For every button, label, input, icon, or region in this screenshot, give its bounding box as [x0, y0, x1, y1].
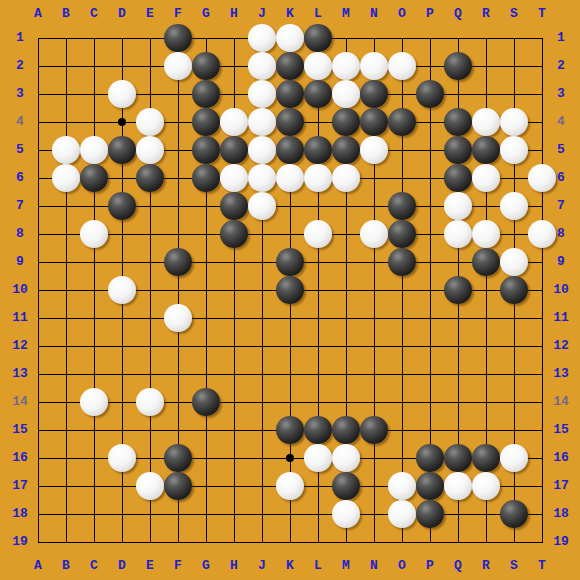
row-label-right-13: 13: [547, 365, 575, 383]
row-label-left-16: 16: [6, 449, 34, 467]
black-stone-G3: [192, 80, 220, 108]
white-stone-D10: [108, 276, 136, 304]
col-label-top-S: S: [500, 5, 528, 23]
white-stone-B6: [52, 164, 80, 192]
black-stone-F1: [164, 24, 192, 52]
white-stone-N8: [360, 220, 388, 248]
row-label-left-13: 13: [6, 365, 34, 383]
white-stone-L16: [304, 444, 332, 472]
white-stone-C8: [80, 220, 108, 248]
row-label-left-5: 5: [6, 141, 34, 159]
row-label-right-15: 15: [547, 421, 575, 439]
white-stone-L6: [304, 164, 332, 192]
black-stone-P3: [416, 80, 444, 108]
black-stone-O4: [388, 108, 416, 136]
white-stone-F2: [164, 52, 192, 80]
col-label-bottom-N: N: [360, 557, 388, 575]
row-label-right-4: 4: [547, 113, 575, 131]
white-stone-O18: [388, 500, 416, 528]
black-stone-C6: [80, 164, 108, 192]
white-stone-R4: [472, 108, 500, 136]
black-stone-P18: [416, 500, 444, 528]
col-label-bottom-D: D: [108, 557, 136, 575]
black-stone-F9: [164, 248, 192, 276]
col-label-bottom-H: H: [220, 557, 248, 575]
row-label-right-9: 9: [547, 253, 575, 271]
col-label-top-L: L: [304, 5, 332, 23]
white-stone-C5: [80, 136, 108, 164]
col-label-bottom-L: L: [304, 557, 332, 575]
white-stone-J4: [248, 108, 276, 136]
col-label-bottom-A: A: [24, 557, 52, 575]
black-stone-D5: [108, 136, 136, 164]
black-stone-P17: [416, 472, 444, 500]
white-stone-O2: [388, 52, 416, 80]
col-label-bottom-B: B: [52, 557, 80, 575]
black-stone-K15: [276, 416, 304, 444]
white-stone-T8: [528, 220, 556, 248]
white-stone-S7: [500, 192, 528, 220]
black-stone-S18: [500, 500, 528, 528]
col-label-top-R: R: [472, 5, 500, 23]
row-label-left-18: 18: [6, 505, 34, 523]
col-label-bottom-K: K: [276, 557, 304, 575]
black-stone-N3: [360, 80, 388, 108]
row-label-right-11: 11: [547, 309, 575, 327]
row-label-left-2: 2: [6, 57, 34, 75]
white-stone-E17: [136, 472, 164, 500]
black-stone-D7: [108, 192, 136, 220]
go-board[interactable]: AABBCCDDEEFFGGHHJJKKLLMMNNOOPPQQRRSSTT11…: [0, 0, 580, 580]
black-stone-M17: [332, 472, 360, 500]
col-label-bottom-S: S: [500, 557, 528, 575]
white-stone-R6: [472, 164, 500, 192]
col-label-top-P: P: [416, 5, 444, 23]
col-label-top-E: E: [136, 5, 164, 23]
col-label-bottom-J: J: [248, 557, 276, 575]
row-label-right-1: 1: [547, 29, 575, 47]
row-label-left-14: 14: [6, 393, 34, 411]
white-stone-J7: [248, 192, 276, 220]
row-label-left-12: 12: [6, 337, 34, 355]
row-label-right-5: 5: [547, 141, 575, 159]
white-stone-T6: [528, 164, 556, 192]
col-label-top-Q: Q: [444, 5, 472, 23]
white-stone-C14: [80, 388, 108, 416]
black-stone-F17: [164, 472, 192, 500]
black-stone-O9: [388, 248, 416, 276]
black-stone-N4: [360, 108, 388, 136]
white-stone-S16: [500, 444, 528, 472]
row-label-left-7: 7: [6, 197, 34, 215]
black-stone-L5: [304, 136, 332, 164]
white-stone-J5: [248, 136, 276, 164]
black-stone-K10: [276, 276, 304, 304]
white-stone-H4: [220, 108, 248, 136]
row-label-right-7: 7: [547, 197, 575, 215]
col-label-top-T: T: [528, 5, 556, 23]
black-stone-S10: [500, 276, 528, 304]
white-stone-O17: [388, 472, 416, 500]
col-label-top-G: G: [192, 5, 220, 23]
white-stone-J1: [248, 24, 276, 52]
white-stone-E14: [136, 388, 164, 416]
row-label-left-1: 1: [6, 29, 34, 47]
col-label-top-M: M: [332, 5, 360, 23]
black-stone-R9: [472, 248, 500, 276]
col-label-top-C: C: [80, 5, 108, 23]
white-stone-J6: [248, 164, 276, 192]
black-stone-Q4: [444, 108, 472, 136]
black-stone-L3: [304, 80, 332, 108]
row-label-right-16: 16: [547, 449, 575, 467]
black-stone-F16: [164, 444, 192, 472]
row-label-right-12: 12: [547, 337, 575, 355]
col-label-top-F: F: [164, 5, 192, 23]
black-stone-R5: [472, 136, 500, 164]
white-stone-N5: [360, 136, 388, 164]
white-stone-M6: [332, 164, 360, 192]
white-stone-B5: [52, 136, 80, 164]
col-label-bottom-O: O: [388, 557, 416, 575]
white-stone-K17: [276, 472, 304, 500]
col-label-bottom-T: T: [528, 557, 556, 575]
col-label-top-D: D: [108, 5, 136, 23]
row-label-right-18: 18: [547, 505, 575, 523]
star-point-D4: [118, 118, 126, 126]
row-label-left-10: 10: [6, 281, 34, 299]
white-stone-H6: [220, 164, 248, 192]
white-stone-J3: [248, 80, 276, 108]
col-label-bottom-F: F: [164, 557, 192, 575]
black-stone-K3: [276, 80, 304, 108]
black-stone-Q5: [444, 136, 472, 164]
row-label-right-2: 2: [547, 57, 575, 75]
white-stone-R17: [472, 472, 500, 500]
white-stone-F11: [164, 304, 192, 332]
black-stone-G2: [192, 52, 220, 80]
white-stone-J2: [248, 52, 276, 80]
star-point-K16: [286, 454, 294, 462]
white-stone-E4: [136, 108, 164, 136]
row-label-left-11: 11: [6, 309, 34, 327]
row-label-left-6: 6: [6, 169, 34, 187]
black-stone-N15: [360, 416, 388, 444]
row-label-left-3: 3: [6, 85, 34, 103]
black-stone-Q16: [444, 444, 472, 472]
black-stone-G14: [192, 388, 220, 416]
row-label-left-17: 17: [6, 477, 34, 495]
black-stone-R16: [472, 444, 500, 472]
row-label-right-3: 3: [547, 85, 575, 103]
col-label-top-A: A: [24, 5, 52, 23]
white-stone-S4: [500, 108, 528, 136]
row-label-left-19: 19: [6, 533, 34, 551]
row-label-left-4: 4: [6, 113, 34, 131]
black-stone-K2: [276, 52, 304, 80]
row-label-left-8: 8: [6, 225, 34, 243]
row-label-right-19: 19: [547, 533, 575, 551]
white-stone-K6: [276, 164, 304, 192]
black-stone-K4: [276, 108, 304, 136]
black-stone-G4: [192, 108, 220, 136]
white-stone-Q8: [444, 220, 472, 248]
black-stone-O8: [388, 220, 416, 248]
col-label-bottom-G: G: [192, 557, 220, 575]
black-stone-Q10: [444, 276, 472, 304]
row-label-right-14: 14: [547, 393, 575, 411]
black-stone-H5: [220, 136, 248, 164]
black-stone-O7: [388, 192, 416, 220]
white-stone-N2: [360, 52, 388, 80]
white-stone-Q7: [444, 192, 472, 220]
black-stone-P16: [416, 444, 444, 472]
row-label-right-17: 17: [547, 477, 575, 495]
col-label-bottom-E: E: [136, 557, 164, 575]
black-stone-E6: [136, 164, 164, 192]
white-stone-L8: [304, 220, 332, 248]
white-stone-S5: [500, 136, 528, 164]
black-stone-Q6: [444, 164, 472, 192]
black-stone-M4: [332, 108, 360, 136]
col-label-top-H: H: [220, 5, 248, 23]
col-label-bottom-R: R: [472, 557, 500, 575]
black-stone-K5: [276, 136, 304, 164]
white-stone-R8: [472, 220, 500, 248]
row-label-right-10: 10: [547, 281, 575, 299]
col-label-top-N: N: [360, 5, 388, 23]
col-label-bottom-C: C: [80, 557, 108, 575]
white-stone-Q17: [444, 472, 472, 500]
col-label-top-K: K: [276, 5, 304, 23]
row-label-left-15: 15: [6, 421, 34, 439]
col-label-top-B: B: [52, 5, 80, 23]
black-stone-Q2: [444, 52, 472, 80]
black-stone-M5: [332, 136, 360, 164]
black-stone-K9: [276, 248, 304, 276]
white-stone-M16: [332, 444, 360, 472]
row-label-left-9: 9: [6, 253, 34, 271]
black-stone-L1: [304, 24, 332, 52]
white-stone-M2: [332, 52, 360, 80]
col-label-bottom-M: M: [332, 557, 360, 575]
col-label-bottom-P: P: [416, 557, 444, 575]
white-stone-D16: [108, 444, 136, 472]
black-stone-H7: [220, 192, 248, 220]
white-stone-D3: [108, 80, 136, 108]
white-stone-M3: [332, 80, 360, 108]
col-label-top-J: J: [248, 5, 276, 23]
black-stone-G6: [192, 164, 220, 192]
white-stone-S9: [500, 248, 528, 276]
col-label-top-O: O: [388, 5, 416, 23]
black-stone-M15: [332, 416, 360, 444]
black-stone-L15: [304, 416, 332, 444]
white-stone-L2: [304, 52, 332, 80]
white-stone-E5: [136, 136, 164, 164]
white-stone-K1: [276, 24, 304, 52]
white-stone-M18: [332, 500, 360, 528]
col-label-bottom-Q: Q: [444, 557, 472, 575]
black-stone-G5: [192, 136, 220, 164]
black-stone-H8: [220, 220, 248, 248]
